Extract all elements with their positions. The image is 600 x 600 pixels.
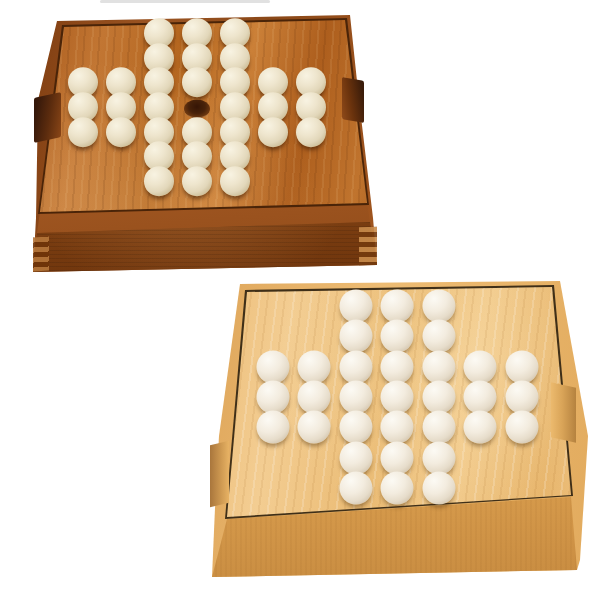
marble-c4[interactable] [339, 381, 372, 414]
offboard-f2 [460, 323, 502, 353]
side-notch-right [551, 382, 576, 442]
hole-d4[interactable] [377, 384, 419, 414]
marble-a4[interactable] [256, 381, 289, 414]
hole-c5[interactable] [335, 414, 377, 444]
marble-b5[interactable] [298, 411, 331, 444]
offboard-g1 [292, 23, 330, 48]
dovetail-joint-right [359, 227, 377, 266]
hole-d2[interactable] [377, 323, 419, 353]
offboard-b1 [102, 23, 140, 48]
hole-c7[interactable] [140, 171, 178, 196]
hole-d7[interactable] [178, 171, 216, 196]
marble-d3[interactable] [381, 350, 414, 383]
hole-c6[interactable] [335, 444, 377, 474]
offboard-a6 [252, 444, 294, 474]
marble-c5[interactable] [339, 411, 372, 444]
marble-a5[interactable] [68, 117, 98, 147]
hole-g4[interactable] [501, 384, 543, 414]
marble-e6[interactable] [422, 441, 455, 474]
side-notch-left [210, 441, 229, 508]
offboard-g6 [501, 444, 543, 474]
hole-b3[interactable] [294, 354, 336, 384]
photo-edge-artifact [100, 0, 270, 3]
offboard-b7 [294, 475, 336, 505]
marble-e7[interactable] [220, 166, 250, 196]
hole-d1[interactable] [377, 293, 419, 323]
marble-d6[interactable] [381, 441, 414, 474]
marble-f5[interactable] [464, 411, 497, 444]
hole-e6[interactable] [418, 444, 460, 474]
offboard-f7 [254, 171, 292, 196]
marble-b4[interactable] [298, 381, 331, 414]
marble-g5[interactable] [505, 411, 538, 444]
marble-g5[interactable] [296, 117, 326, 147]
empty-hole-d4[interactable] [184, 100, 210, 119]
hole-e3[interactable] [418, 354, 460, 384]
marble-g4[interactable] [505, 381, 538, 414]
marble-c7[interactable] [339, 471, 372, 504]
hole-e5[interactable] [418, 414, 460, 444]
hole-d3[interactable] [377, 354, 419, 384]
marble-d7[interactable] [381, 471, 414, 504]
hole-a5[interactable] [64, 121, 102, 146]
hole-e1[interactable] [418, 293, 460, 323]
hole-g3[interactable] [501, 354, 543, 384]
hole-c3[interactable] [335, 354, 377, 384]
hole-grid [252, 293, 543, 505]
offboard-g7 [292, 171, 330, 196]
offboard-a7 [64, 171, 102, 196]
marble-e5[interactable] [422, 411, 455, 444]
marble-e4[interactable] [422, 381, 455, 414]
hole-f3[interactable] [460, 354, 502, 384]
hole-c1[interactable] [335, 293, 377, 323]
marble-e2[interactable] [422, 320, 455, 353]
dark-wood-solitaire-board [33, 13, 385, 279]
offboard-a6 [64, 146, 102, 171]
marble-a3[interactable] [256, 350, 289, 383]
product-photo [0, 0, 600, 600]
marble-a5[interactable] [256, 411, 289, 444]
hole-e2[interactable] [418, 323, 460, 353]
marble-f5[interactable] [258, 117, 288, 147]
hole-grid [64, 23, 330, 195]
marble-d4[interactable] [381, 381, 414, 414]
marble-c6[interactable] [339, 441, 372, 474]
hole-d6[interactable] [377, 444, 419, 474]
offboard-f6 [254, 146, 292, 171]
hole-f5[interactable] [254, 121, 292, 146]
offboard-f7 [460, 475, 502, 505]
hole-a4[interactable] [252, 384, 294, 414]
offboard-f1 [460, 293, 502, 323]
hole-e4[interactable] [418, 384, 460, 414]
marble-c3[interactable] [339, 350, 372, 383]
hole-f4[interactable] [460, 384, 502, 414]
hole-c2[interactable] [335, 323, 377, 353]
marble-g3[interactable] [505, 350, 538, 383]
offboard-f1 [254, 23, 292, 48]
offboard-a1 [252, 293, 294, 323]
offboard-f6 [460, 444, 502, 474]
hole-a3[interactable] [252, 354, 294, 384]
offboard-b6 [102, 146, 140, 171]
marble-e1[interactable] [422, 290, 455, 323]
offboard-b1 [294, 293, 336, 323]
hole-c7[interactable] [335, 475, 377, 505]
offboard-a7 [252, 475, 294, 505]
offboard-g2 [501, 323, 543, 353]
hole-b5[interactable] [102, 121, 140, 146]
side-notch-right [342, 77, 364, 123]
marble-d7[interactable] [182, 166, 212, 196]
offboard-g1 [501, 293, 543, 323]
offboard-b7 [102, 171, 140, 196]
hole-f5[interactable] [460, 414, 502, 444]
offboard-b2 [294, 323, 336, 353]
hole-g5[interactable] [292, 121, 330, 146]
hole-a5[interactable] [252, 414, 294, 444]
marble-c1[interactable] [339, 290, 372, 323]
dovetail-joint-left [33, 236, 49, 271]
hole-d7[interactable] [377, 475, 419, 505]
hole-g5[interactable] [501, 414, 543, 444]
offboard-g7 [501, 475, 543, 505]
hole-e7[interactable] [216, 171, 254, 196]
hole-b5[interactable] [294, 414, 336, 444]
marble-c7[interactable] [144, 166, 174, 196]
marble-f3[interactable] [464, 350, 497, 383]
marble-d1[interactable] [381, 290, 414, 323]
marble-c2[interactable] [339, 320, 372, 353]
marble-d2[interactable] [381, 320, 414, 353]
offboard-g6 [292, 146, 330, 171]
marble-b3[interactable] [298, 350, 331, 383]
marble-f4[interactable] [464, 381, 497, 414]
hole-b4[interactable] [294, 384, 336, 414]
marble-b5[interactable] [106, 117, 136, 147]
offboard-b6 [294, 444, 336, 474]
side-notch-left [34, 92, 61, 143]
marble-e7[interactable] [422, 471, 455, 504]
offboard-a2 [252, 323, 294, 353]
hole-d3[interactable] [178, 72, 216, 97]
light-wood-solitaire-board [210, 276, 590, 588]
marble-d5[interactable] [381, 411, 414, 444]
offboard-a1 [64, 23, 102, 48]
hole-d5[interactable] [377, 414, 419, 444]
marble-d3[interactable] [182, 68, 212, 98]
marble-e3[interactable] [422, 350, 455, 383]
hole-c4[interactable] [335, 384, 377, 414]
hole-e7[interactable] [418, 475, 460, 505]
